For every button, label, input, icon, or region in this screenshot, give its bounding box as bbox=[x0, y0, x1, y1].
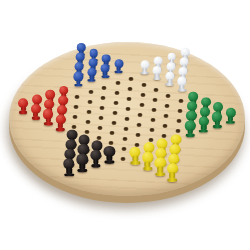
peg-yellow[interactable] bbox=[130, 147, 141, 165]
hole[interactable] bbox=[129, 77, 134, 81]
peg-base bbox=[74, 83, 82, 86]
peg-blue[interactable] bbox=[114, 60, 123, 74]
peg-white[interactable] bbox=[153, 66, 162, 80]
hole[interactable] bbox=[128, 87, 133, 91]
peg-base bbox=[130, 161, 140, 165]
peg-green[interactable] bbox=[212, 112, 222, 128]
peg-black[interactable] bbox=[63, 158, 75, 177]
hole[interactable] bbox=[121, 147, 126, 151]
peg-blue[interactable] bbox=[74, 72, 83, 86]
hole[interactable] bbox=[175, 129, 180, 133]
hole[interactable] bbox=[136, 133, 141, 137]
photo-scene bbox=[0, 0, 250, 250]
peg-base bbox=[31, 116, 40, 119]
hole[interactable] bbox=[149, 128, 154, 132]
hole[interactable] bbox=[115, 81, 120, 85]
hole[interactable] bbox=[120, 157, 125, 161]
peg-base bbox=[141, 71, 149, 74]
peg-black[interactable] bbox=[104, 145, 115, 163]
hole[interactable] bbox=[177, 109, 182, 113]
peg-base bbox=[115, 70, 123, 73]
hole[interactable] bbox=[114, 91, 119, 95]
peg-base bbox=[101, 75, 109, 78]
hole[interactable] bbox=[73, 115, 78, 119]
hole[interactable] bbox=[164, 114, 169, 118]
hole[interactable] bbox=[86, 110, 91, 114]
peg-base bbox=[199, 129, 208, 133]
hole[interactable] bbox=[153, 98, 158, 102]
hole[interactable] bbox=[98, 126, 103, 130]
peg-red[interactable] bbox=[18, 98, 28, 114]
peg-blue[interactable] bbox=[101, 64, 110, 78]
peg-base bbox=[178, 88, 186, 91]
peg-base bbox=[19, 111, 27, 114]
hole[interactable] bbox=[166, 94, 171, 98]
peg-green[interactable] bbox=[185, 120, 196, 137]
hole[interactable] bbox=[163, 124, 168, 128]
peg-base bbox=[64, 173, 74, 177]
hole[interactable] bbox=[165, 104, 170, 108]
hole[interactable] bbox=[110, 131, 115, 135]
hole[interactable] bbox=[123, 127, 128, 131]
hole[interactable] bbox=[75, 95, 80, 99]
hole[interactable] bbox=[127, 97, 132, 101]
peg-green[interactable] bbox=[199, 116, 209, 133]
hole[interactable] bbox=[87, 100, 92, 104]
peg-black[interactable] bbox=[77, 154, 88, 173]
peg-base bbox=[91, 164, 101, 168]
hole[interactable] bbox=[99, 116, 104, 120]
peg-green[interactable] bbox=[226, 108, 236, 124]
peg-yellow[interactable] bbox=[142, 152, 153, 170]
peg-base bbox=[56, 127, 65, 131]
peg-base bbox=[143, 166, 153, 170]
hole[interactable] bbox=[113, 101, 118, 105]
peg-base bbox=[186, 134, 195, 138]
hole[interactable] bbox=[126, 107, 131, 111]
peg-base bbox=[88, 79, 96, 82]
peg-base bbox=[78, 168, 88, 172]
peg-base bbox=[105, 160, 115, 164]
hole[interactable] bbox=[138, 113, 143, 117]
hole[interactable] bbox=[74, 105, 79, 109]
hole[interactable] bbox=[111, 121, 116, 125]
hole[interactable] bbox=[141, 83, 146, 87]
hole[interactable] bbox=[88, 90, 93, 94]
peg-base bbox=[213, 125, 222, 128]
hole[interactable] bbox=[122, 137, 127, 141]
hole[interactable] bbox=[151, 108, 156, 112]
peg-white[interactable] bbox=[140, 61, 149, 75]
hole[interactable] bbox=[178, 99, 183, 103]
peg-blue[interactable] bbox=[87, 68, 96, 82]
hole[interactable] bbox=[100, 106, 105, 110]
pegs-layer bbox=[0, 0, 250, 250]
hole[interactable] bbox=[139, 103, 144, 107]
peg-yellow[interactable] bbox=[167, 163, 179, 182]
hole[interactable] bbox=[176, 119, 181, 123]
hole[interactable] bbox=[150, 118, 155, 122]
peg-base bbox=[168, 178, 178, 182]
peg-base bbox=[44, 122, 53, 125]
peg-red[interactable] bbox=[55, 114, 65, 131]
peg-base bbox=[226, 120, 235, 123]
hole[interactable] bbox=[140, 93, 145, 97]
peg-base bbox=[153, 77, 161, 80]
peg-black[interactable] bbox=[90, 150, 101, 168]
hole[interactable] bbox=[154, 88, 159, 92]
peg-base bbox=[155, 172, 165, 176]
hole[interactable] bbox=[84, 130, 89, 134]
peg-yellow[interactable] bbox=[154, 157, 165, 176]
hole[interactable] bbox=[112, 111, 117, 115]
peg-white[interactable] bbox=[165, 71, 174, 85]
hole[interactable] bbox=[101, 96, 106, 100]
hole[interactable] bbox=[85, 120, 90, 124]
peg-red[interactable] bbox=[43, 109, 53, 125]
peg-red[interactable] bbox=[31, 104, 41, 120]
hole[interactable] bbox=[72, 125, 77, 129]
hole[interactable] bbox=[125, 117, 130, 121]
hole[interactable] bbox=[137, 123, 142, 127]
peg-base bbox=[166, 83, 174, 86]
peg-white[interactable] bbox=[177, 77, 186, 92]
hole[interactable] bbox=[102, 86, 107, 90]
